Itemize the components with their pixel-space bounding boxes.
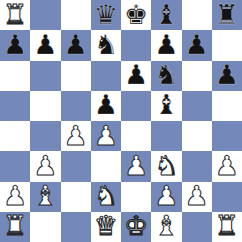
square-e4[interactable] (121, 121, 151, 151)
square-g7[interactable]: ♟ (182, 30, 212, 60)
square-f1[interactable]: ♝ (151, 212, 181, 242)
square-b1[interactable] (30, 212, 60, 242)
square-h5[interactable] (212, 91, 242, 121)
square-g2[interactable]: ♟ (182, 182, 212, 212)
square-b4[interactable] (30, 121, 60, 151)
piece-black-knight[interactable]: ♞ (154, 61, 178, 88)
square-f5[interactable]: ♝ (151, 91, 181, 121)
square-f6[interactable]: ♞ (151, 61, 181, 91)
piece-white-pawn[interactable]: ♟ (124, 152, 148, 179)
square-d7[interactable]: ♞ (91, 30, 121, 60)
square-h2[interactable] (212, 182, 242, 212)
square-b2[interactable]: ♝ (30, 182, 60, 212)
square-a4[interactable] (0, 121, 30, 151)
piece-black-pawn[interactable]: ♟ (124, 61, 148, 88)
piece-white-pawn[interactable]: ♟ (33, 152, 57, 179)
square-b8[interactable] (30, 0, 60, 30)
piece-white-knight[interactable]: ♞ (94, 182, 118, 209)
square-a5[interactable] (0, 91, 30, 121)
piece-black-pawn[interactable]: ♟ (215, 61, 239, 88)
square-b3[interactable]: ♟ (30, 151, 60, 181)
piece-black-king[interactable]: ♚ (124, 1, 148, 28)
square-g4[interactable] (182, 121, 212, 151)
square-d4[interactable]: ♟ (91, 121, 121, 151)
piece-black-queen[interactable]: ♛ (94, 1, 118, 28)
square-g8[interactable] (182, 0, 212, 30)
square-g5[interactable] (182, 91, 212, 121)
square-h6[interactable]: ♟ (212, 61, 242, 91)
square-a7[interactable]: ♟ (0, 30, 30, 60)
square-b7[interactable]: ♟ (30, 30, 60, 60)
piece-black-pawn[interactable]: ♟ (154, 31, 178, 58)
square-d1[interactable]: ♛ (91, 212, 121, 242)
square-a6[interactable] (0, 61, 30, 91)
square-d8[interactable]: ♛ (91, 0, 121, 30)
square-f8[interactable]: ♝ (151, 0, 181, 30)
square-b5[interactable] (30, 91, 60, 121)
piece-white-king[interactable]: ♚ (124, 212, 148, 239)
piece-white-pawn[interactable]: ♟ (154, 182, 178, 209)
piece-black-bishop[interactable]: ♝ (154, 91, 178, 118)
piece-white-rook[interactable]: ♜ (215, 212, 239, 239)
square-a8[interactable]: ♜ (0, 0, 30, 30)
square-e7[interactable] (121, 30, 151, 60)
square-a3[interactable] (0, 151, 30, 181)
square-e1[interactable]: ♚ (121, 212, 151, 242)
square-g6[interactable] (182, 61, 212, 91)
piece-white-knight[interactable]: ♞ (154, 152, 178, 179)
square-c3[interactable] (61, 151, 91, 181)
square-g1[interactable] (182, 212, 212, 242)
square-d5[interactable]: ♟ (91, 91, 121, 121)
piece-black-bishop[interactable]: ♝ (154, 1, 178, 28)
piece-white-pawn[interactable]: ♟ (185, 182, 209, 209)
chess-board: ♜♛♚♝♜♟♟♟♞♟♟♟♞♟♟♝♟♟♟♟♞♟♟♝♞♟♟♜♛♚♝♜ (0, 0, 242, 242)
square-g3[interactable] (182, 151, 212, 181)
piece-black-pawn[interactable]: ♟ (33, 31, 57, 58)
square-f2[interactable]: ♟ (151, 182, 181, 212)
square-e5[interactable] (121, 91, 151, 121)
square-c6[interactable] (61, 61, 91, 91)
piece-white-pawn[interactable]: ♟ (3, 182, 27, 209)
square-c2[interactable] (61, 182, 91, 212)
square-f3[interactable]: ♞ (151, 151, 181, 181)
square-a2[interactable]: ♟ (0, 182, 30, 212)
square-d6[interactable] (91, 61, 121, 91)
square-c1[interactable] (61, 212, 91, 242)
piece-white-rook[interactable]: ♜ (3, 1, 27, 28)
piece-white-pawn[interactable]: ♟ (215, 152, 239, 179)
square-h3[interactable]: ♟ (212, 151, 242, 181)
square-e6[interactable]: ♟ (121, 61, 151, 91)
piece-black-knight[interactable]: ♞ (94, 31, 118, 58)
square-h4[interactable] (212, 121, 242, 151)
square-c5[interactable] (61, 91, 91, 121)
square-c8[interactable] (61, 0, 91, 30)
piece-white-bishop[interactable]: ♝ (33, 182, 57, 209)
square-c4[interactable]: ♟ (61, 121, 91, 151)
piece-white-bishop[interactable]: ♝ (154, 212, 178, 239)
piece-black-pawn[interactable]: ♟ (185, 31, 209, 58)
square-d2[interactable]: ♞ (91, 182, 121, 212)
square-f7[interactable]: ♟ (151, 30, 181, 60)
square-e3[interactable]: ♟ (121, 151, 151, 181)
piece-black-pawn[interactable]: ♟ (3, 31, 27, 58)
piece-white-pawn[interactable]: ♟ (64, 122, 88, 149)
piece-black-pawn[interactable]: ♟ (94, 91, 118, 118)
square-b6[interactable] (30, 61, 60, 91)
piece-white-pawn[interactable]: ♟ (94, 122, 118, 149)
piece-black-rook[interactable]: ♜ (215, 1, 239, 28)
square-a1[interactable]: ♜ (0, 212, 30, 242)
square-f4[interactable] (151, 121, 181, 151)
square-h8[interactable]: ♜ (212, 0, 242, 30)
square-e2[interactable] (121, 182, 151, 212)
square-h7[interactable] (212, 30, 242, 60)
square-d3[interactable] (91, 151, 121, 181)
piece-white-queen[interactable]: ♛ (94, 212, 118, 239)
square-h1[interactable]: ♜ (212, 212, 242, 242)
square-e8[interactable]: ♚ (121, 0, 151, 30)
square-c7[interactable]: ♟ (61, 30, 91, 60)
piece-black-pawn[interactable]: ♟ (64, 31, 88, 58)
piece-white-rook[interactable]: ♜ (3, 212, 27, 239)
